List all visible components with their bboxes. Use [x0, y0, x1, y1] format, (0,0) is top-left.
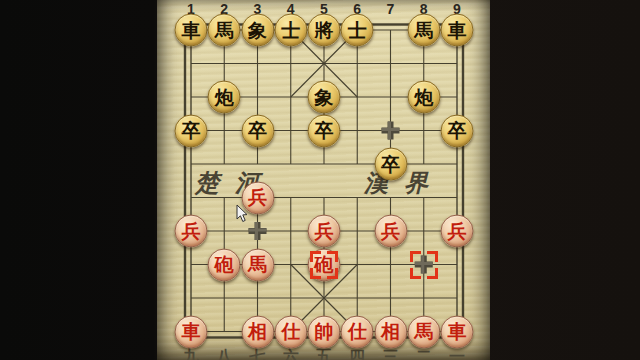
app-window: 楚河 漢界 123456789 九八七六五四三二一 車馬象士將士馬車炮象炮卒卒卒…: [0, 0, 640, 360]
piece-black-advisor[interactable]: 士: [341, 14, 374, 47]
file-label-bottom: 九: [180, 347, 202, 360]
piece-black-soldier[interactable]: 卒: [241, 114, 274, 147]
piece-red-horse[interactable]: 馬: [407, 315, 440, 348]
piece-red-soldier[interactable]: 兵: [374, 215, 407, 248]
mouse-cursor: [236, 204, 250, 224]
piece-red-cannon[interactable]: 砲: [308, 248, 341, 281]
piece-red-advisor[interactable]: 仕: [341, 315, 374, 348]
file-label-bottom: 三: [380, 347, 402, 360]
file-label-bottom: 一: [446, 347, 468, 360]
piece-red-general[interactable]: 帥: [308, 315, 341, 348]
piece-black-advisor[interactable]: 士: [274, 14, 307, 47]
piece-red-soldier[interactable]: 兵: [308, 215, 341, 248]
piece-black-soldier[interactable]: 卒: [175, 114, 208, 147]
piece-black-chariot[interactable]: 車: [175, 14, 208, 47]
piece-black-elephant[interactable]: 象: [241, 14, 274, 47]
piece-red-elephant[interactable]: 相: [374, 315, 407, 348]
piece-black-horse[interactable]: 馬: [208, 14, 241, 47]
file-label-bottom: 八: [213, 347, 235, 360]
piece-red-chariot[interactable]: 車: [175, 315, 208, 348]
piece-red-soldier[interactable]: 兵: [175, 215, 208, 248]
piece-red-cannon[interactable]: 砲: [208, 248, 241, 281]
piece-black-horse[interactable]: 馬: [407, 14, 440, 47]
piece-black-soldier[interactable]: 卒: [308, 114, 341, 147]
piece-black-chariot[interactable]: 車: [441, 14, 474, 47]
piece-black-cannon[interactable]: 炮: [407, 81, 440, 114]
file-label-bottom: 四: [346, 347, 368, 360]
xiangqi-board[interactable]: 楚河 漢界 123456789 九八七六五四三二一 車馬象士將士馬車炮象炮卒卒卒…: [157, 0, 490, 360]
piece-black-cannon[interactable]: 炮: [208, 81, 241, 114]
file-label-bottom: 五: [313, 347, 335, 360]
piece-red-soldier[interactable]: 兵: [441, 215, 474, 248]
file-label-top: 7: [381, 1, 401, 17]
piece-red-elephant[interactable]: 相: [241, 315, 274, 348]
piece-black-soldier[interactable]: 卒: [374, 148, 407, 181]
piece-black-soldier[interactable]: 卒: [441, 114, 474, 147]
piece-red-horse[interactable]: 馬: [241, 248, 274, 281]
piece-red-advisor[interactable]: 仕: [274, 315, 307, 348]
piece-black-general[interactable]: 將: [308, 14, 341, 47]
piece-black-elephant[interactable]: 象: [308, 81, 341, 114]
file-label-bottom: 六: [280, 347, 302, 360]
file-label-bottom: 七: [247, 347, 269, 360]
piece-red-chariot[interactable]: 車: [441, 315, 474, 348]
file-label-bottom: 二: [413, 347, 435, 360]
